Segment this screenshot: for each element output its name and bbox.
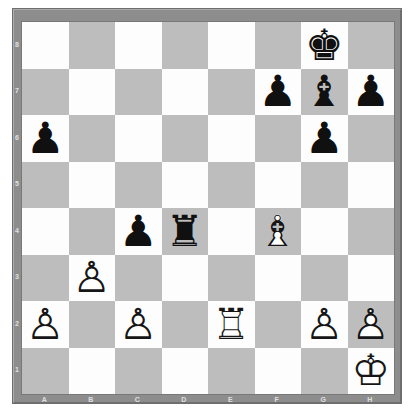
square-a1[interactable] xyxy=(22,348,69,395)
white-king[interactable]: ♚♔ xyxy=(348,348,395,395)
piece-outline-layer: ♔ xyxy=(348,348,395,395)
square-h1[interactable]: ♚♔ xyxy=(348,348,395,395)
square-g2[interactable]: ♟♙ xyxy=(301,301,348,348)
square-c7[interactable] xyxy=(115,69,162,116)
piece-outline-layer: ♙ xyxy=(69,255,116,302)
square-h7[interactable]: ♟ xyxy=(348,69,395,116)
file-label-d: D xyxy=(161,395,208,404)
white-pawn[interactable]: ♟♙ xyxy=(22,301,69,348)
square-h5[interactable] xyxy=(348,162,395,209)
square-a2[interactable]: ♟♙ xyxy=(22,301,69,348)
rank-label-5: 5 xyxy=(13,161,21,208)
black-bishop[interactable]: ♝ xyxy=(301,69,348,116)
square-d8[interactable] xyxy=(162,22,209,69)
file-label-g: G xyxy=(300,395,347,404)
square-g8[interactable]: ♚ xyxy=(301,22,348,69)
rank-labels: 87654321 xyxy=(13,21,21,393)
rank-label-7: 7 xyxy=(13,68,21,115)
square-g4[interactable] xyxy=(301,208,348,255)
square-b8[interactable] xyxy=(69,22,116,69)
black-pawn[interactable]: ♟ xyxy=(115,208,162,255)
square-g5[interactable] xyxy=(301,162,348,209)
square-b2[interactable] xyxy=(69,301,116,348)
square-d2[interactable] xyxy=(162,301,209,348)
square-d5[interactable] xyxy=(162,162,209,209)
square-f8[interactable] xyxy=(255,22,302,69)
rank-label-2: 2 xyxy=(13,300,21,347)
square-h3[interactable] xyxy=(348,255,395,302)
square-f4[interactable]: ♝♗ xyxy=(255,208,302,255)
black-rook[interactable]: ♜ xyxy=(162,208,209,255)
black-pawn[interactable]: ♟ xyxy=(301,115,348,162)
square-b7[interactable] xyxy=(69,69,116,116)
square-b5[interactable] xyxy=(69,162,116,209)
square-e2[interactable]: ♜♖ xyxy=(208,301,255,348)
rank-label-8: 8 xyxy=(13,21,21,68)
square-h4[interactable] xyxy=(348,208,395,255)
square-a7[interactable] xyxy=(22,69,69,116)
square-a4[interactable] xyxy=(22,208,69,255)
white-pawn[interactable]: ♟♙ xyxy=(115,301,162,348)
chess-board: ♚♟♝♟♟♟♟♜♝♗♟♙♟♙♟♙♜♖♟♙♟♙♚♔ xyxy=(21,21,395,395)
square-d7[interactable] xyxy=(162,69,209,116)
square-d3[interactable] xyxy=(162,255,209,302)
square-g3[interactable] xyxy=(301,255,348,302)
piece-outline-layer: ♙ xyxy=(301,301,348,348)
square-c6[interactable] xyxy=(115,115,162,162)
square-a3[interactable] xyxy=(22,255,69,302)
square-h6[interactable] xyxy=(348,115,395,162)
white-rook[interactable]: ♜♖ xyxy=(208,301,255,348)
black-pawn[interactable]: ♟ xyxy=(22,115,69,162)
square-g6[interactable]: ♟ xyxy=(301,115,348,162)
file-label-c: C xyxy=(114,395,161,404)
white-bishop[interactable]: ♝♗ xyxy=(255,208,302,255)
rank-label-4: 4 xyxy=(13,207,21,254)
square-c8[interactable] xyxy=(115,22,162,69)
square-c2[interactable]: ♟♙ xyxy=(115,301,162,348)
square-b4[interactable] xyxy=(69,208,116,255)
white-pawn[interactable]: ♟♙ xyxy=(348,301,395,348)
square-a6[interactable]: ♟ xyxy=(22,115,69,162)
white-pawn[interactable]: ♟♙ xyxy=(301,301,348,348)
square-e5[interactable] xyxy=(208,162,255,209)
file-label-h: H xyxy=(347,395,394,404)
square-c5[interactable] xyxy=(115,162,162,209)
square-e3[interactable] xyxy=(208,255,255,302)
square-d4[interactable]: ♜ xyxy=(162,208,209,255)
file-labels: ABCDEFGH xyxy=(21,395,393,404)
black-pawn[interactable]: ♟ xyxy=(348,69,395,116)
square-c1[interactable] xyxy=(115,348,162,395)
piece-outline-layer: ♖ xyxy=(208,301,255,348)
square-b6[interactable] xyxy=(69,115,116,162)
square-a8[interactable] xyxy=(22,22,69,69)
square-g1[interactable] xyxy=(301,348,348,395)
black-pawn[interactable]: ♟ xyxy=(255,69,302,116)
piece-outline-layer: ♙ xyxy=(115,301,162,348)
rank-label-1: 1 xyxy=(13,347,21,394)
square-d1[interactable] xyxy=(162,348,209,395)
square-d6[interactable] xyxy=(162,115,209,162)
square-e7[interactable] xyxy=(208,69,255,116)
rank-label-6: 6 xyxy=(13,114,21,161)
square-f6[interactable] xyxy=(255,115,302,162)
file-label-b: B xyxy=(68,395,115,404)
piece-outline-layer: ♙ xyxy=(22,301,69,348)
square-f5[interactable] xyxy=(255,162,302,209)
square-h2[interactable]: ♟♙ xyxy=(348,301,395,348)
black-king[interactable]: ♚ xyxy=(301,22,348,69)
square-f3[interactable] xyxy=(255,255,302,302)
white-pawn[interactable]: ♟♙ xyxy=(69,255,116,302)
file-label-e: E xyxy=(207,395,254,404)
piece-outline-layer: ♗ xyxy=(255,208,302,255)
square-c3[interactable] xyxy=(115,255,162,302)
board-frame: 87654321 ♚♟♝♟♟♟♟♜♝♗♟♙♟♙♟♙♜♖♟♙♟♙♚♔ ABCDEF… xyxy=(12,8,402,404)
square-f2[interactable] xyxy=(255,301,302,348)
square-e4[interactable] xyxy=(208,208,255,255)
piece-outline-layer: ♙ xyxy=(348,301,395,348)
square-g7[interactable]: ♝ xyxy=(301,69,348,116)
square-b1[interactable] xyxy=(69,348,116,395)
file-label-f: F xyxy=(254,395,301,404)
square-a5[interactable] xyxy=(22,162,69,209)
square-e8[interactable] xyxy=(208,22,255,69)
square-f7[interactable]: ♟ xyxy=(255,69,302,116)
square-b3[interactable]: ♟♙ xyxy=(69,255,116,302)
rank-label-3: 3 xyxy=(13,254,21,301)
square-f1[interactable] xyxy=(255,348,302,395)
square-e6[interactable] xyxy=(208,115,255,162)
square-h8[interactable] xyxy=(348,22,395,69)
square-e1[interactable] xyxy=(208,348,255,395)
file-label-a: A xyxy=(21,395,68,404)
square-c4[interactable]: ♟ xyxy=(115,208,162,255)
